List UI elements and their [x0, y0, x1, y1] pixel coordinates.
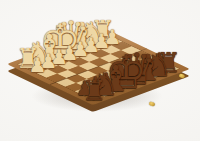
white-pawn-h2[interactable]: ♟ — [28, 55, 48, 75]
black-rook-h8[interactable]: ♜ — [81, 77, 108, 104]
chess-set-photo: ♜♞♝♛♚♝♞♜♟♟♟♟♟♟♟♟♜♞♝♛♚♝♞♜♟♟♟♟♟♟♟♟ — [0, 0, 200, 141]
pieces-layer: ♜♞♝♛♚♝♞♜♟♟♟♟♟♟♟♟♜♞♝♛♚♝♞♜♟♟♟♟♟♟♟♟ — [0, 0, 200, 141]
